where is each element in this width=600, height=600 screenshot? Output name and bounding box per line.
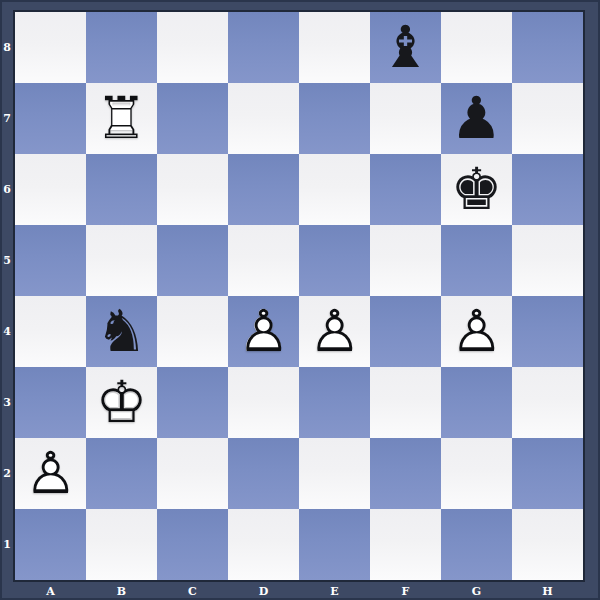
file-label-d: D bbox=[228, 584, 299, 599]
square-e5[interactable] bbox=[299, 225, 370, 296]
square-b2[interactable] bbox=[86, 438, 157, 509]
piece-black-bishop[interactable]: ♝ bbox=[370, 12, 441, 83]
square-f2[interactable] bbox=[370, 438, 441, 509]
square-h1[interactable] bbox=[512, 509, 583, 580]
piece-white-king[interactable]: ♚♔ bbox=[86, 367, 157, 438]
square-d1[interactable] bbox=[228, 509, 299, 580]
square-f6[interactable] bbox=[370, 154, 441, 225]
white-pawn-outline-icon: ♙ bbox=[441, 296, 512, 367]
square-c5[interactable] bbox=[157, 225, 228, 296]
square-a7[interactable] bbox=[15, 83, 86, 154]
square-c3[interactable] bbox=[157, 367, 228, 438]
rank-label-4: 4 bbox=[0, 296, 14, 367]
square-g5[interactable] bbox=[441, 225, 512, 296]
square-e8[interactable] bbox=[299, 12, 370, 83]
piece-white-pawn[interactable]: ♟♙ bbox=[441, 296, 512, 367]
square-b8[interactable] bbox=[86, 12, 157, 83]
square-f5[interactable] bbox=[370, 225, 441, 296]
square-c6[interactable] bbox=[157, 154, 228, 225]
file-label-h: H bbox=[512, 584, 583, 599]
piece-black-pawn[interactable]: ♟ bbox=[441, 83, 512, 154]
square-f1[interactable] bbox=[370, 509, 441, 580]
file-label-f: F bbox=[370, 584, 441, 599]
piece-black-knight[interactable]: ♞ bbox=[86, 296, 157, 367]
square-h6[interactable] bbox=[512, 154, 583, 225]
square-h3[interactable] bbox=[512, 367, 583, 438]
square-c8[interactable] bbox=[157, 12, 228, 83]
square-c1[interactable] bbox=[157, 509, 228, 580]
rank-label-6: 6 bbox=[0, 154, 14, 225]
square-a2[interactable]: ♟♙ bbox=[15, 438, 86, 509]
square-d2[interactable] bbox=[228, 438, 299, 509]
square-e7[interactable] bbox=[299, 83, 370, 154]
white-rook-outline-icon: ♖ bbox=[86, 83, 157, 154]
piece-black-king[interactable]: ♚ bbox=[441, 154, 512, 225]
square-b5[interactable] bbox=[86, 225, 157, 296]
piece-white-pawn[interactable]: ♟♙ bbox=[15, 438, 86, 509]
rank-label-8: 8 bbox=[0, 12, 14, 83]
file-label-c: C bbox=[157, 584, 228, 599]
square-f3[interactable] bbox=[370, 367, 441, 438]
square-g6[interactable]: ♚ bbox=[441, 154, 512, 225]
square-b1[interactable] bbox=[86, 509, 157, 580]
square-e1[interactable] bbox=[299, 509, 370, 580]
black-king-icon: ♚ bbox=[441, 154, 512, 225]
square-c7[interactable] bbox=[157, 83, 228, 154]
square-d6[interactable] bbox=[228, 154, 299, 225]
file-label-e: E bbox=[299, 584, 370, 599]
square-b4[interactable]: ♞ bbox=[86, 296, 157, 367]
square-a5[interactable] bbox=[15, 225, 86, 296]
square-a4[interactable] bbox=[15, 296, 86, 367]
square-h5[interactable] bbox=[512, 225, 583, 296]
square-a3[interactable] bbox=[15, 367, 86, 438]
rank-label-1: 1 bbox=[0, 509, 14, 580]
square-g7[interactable]: ♟ bbox=[441, 83, 512, 154]
piece-white-rook[interactable]: ♜♖ bbox=[86, 83, 157, 154]
square-g1[interactable] bbox=[441, 509, 512, 580]
square-c2[interactable] bbox=[157, 438, 228, 509]
file-label-b: B bbox=[86, 584, 157, 599]
square-d8[interactable] bbox=[228, 12, 299, 83]
square-d7[interactable] bbox=[228, 83, 299, 154]
square-f7[interactable] bbox=[370, 83, 441, 154]
square-a8[interactable] bbox=[15, 12, 86, 83]
square-e2[interactable] bbox=[299, 438, 370, 509]
square-e6[interactable] bbox=[299, 154, 370, 225]
black-bishop-icon: ♝ bbox=[370, 12, 441, 83]
rank-label-3: 3 bbox=[0, 367, 14, 438]
square-g8[interactable] bbox=[441, 12, 512, 83]
square-e4[interactable]: ♟♙ bbox=[299, 296, 370, 367]
rank-label-5: 5 bbox=[0, 225, 14, 296]
square-f8[interactable]: ♝ bbox=[370, 12, 441, 83]
square-f4[interactable] bbox=[370, 296, 441, 367]
rank-label-2: 2 bbox=[0, 438, 14, 509]
chess-diagram: ♝♜♖♟♚♞♟♙♟♙♟♙♚♔♟♙ 87654321 ABCDEFGH bbox=[0, 0, 600, 600]
square-h7[interactable] bbox=[512, 83, 583, 154]
square-d5[interactable] bbox=[228, 225, 299, 296]
piece-white-pawn[interactable]: ♟♙ bbox=[228, 296, 299, 367]
square-h8[interactable] bbox=[512, 12, 583, 83]
white-king-outline-icon: ♔ bbox=[86, 367, 157, 438]
file-label-g: G bbox=[441, 584, 512, 599]
square-g2[interactable] bbox=[441, 438, 512, 509]
piece-white-pawn[interactable]: ♟♙ bbox=[299, 296, 370, 367]
rank-label-7: 7 bbox=[0, 83, 14, 154]
white-pawn-outline-icon: ♙ bbox=[15, 438, 86, 509]
chess-board: ♝♜♖♟♚♞♟♙♟♙♟♙♚♔♟♙ bbox=[15, 12, 583, 580]
square-a1[interactable] bbox=[15, 509, 86, 580]
black-pawn-icon: ♟ bbox=[441, 83, 512, 154]
square-e3[interactable] bbox=[299, 367, 370, 438]
square-d3[interactable] bbox=[228, 367, 299, 438]
black-knight-icon: ♞ bbox=[86, 296, 157, 367]
square-h2[interactable] bbox=[512, 438, 583, 509]
white-pawn-outline-icon: ♙ bbox=[228, 296, 299, 367]
square-d4[interactable]: ♟♙ bbox=[228, 296, 299, 367]
square-b3[interactable]: ♚♔ bbox=[86, 367, 157, 438]
square-g3[interactable] bbox=[441, 367, 512, 438]
square-g4[interactable]: ♟♙ bbox=[441, 296, 512, 367]
square-b7[interactable]: ♜♖ bbox=[86, 83, 157, 154]
square-a6[interactable] bbox=[15, 154, 86, 225]
white-pawn-outline-icon: ♙ bbox=[299, 296, 370, 367]
square-h4[interactable] bbox=[512, 296, 583, 367]
square-c4[interactable] bbox=[157, 296, 228, 367]
file-label-a: A bbox=[15, 584, 86, 599]
square-b6[interactable] bbox=[86, 154, 157, 225]
